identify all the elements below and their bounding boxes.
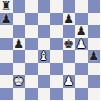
square-g5[interactable]: ♟	[75, 38, 88, 51]
piece-white-pawn-f2[interactable]: ♟	[63, 75, 74, 87]
square-c8[interactable]	[25, 0, 38, 13]
square-b2[interactable]: ♚	[13, 75, 26, 88]
square-f5[interactable]: ♚	[63, 38, 76, 51]
square-a1[interactable]	[0, 88, 13, 101]
piece-black-pawn-b5[interactable]: ♟	[13, 38, 24, 50]
square-d6[interactable]	[38, 25, 51, 38]
square-e1[interactable]	[50, 88, 63, 101]
square-g7[interactable]	[75, 13, 88, 26]
square-c5[interactable]	[25, 38, 38, 51]
square-h4[interactable]: ♟	[88, 50, 101, 63]
square-a5[interactable]	[0, 38, 13, 51]
square-d3[interactable]	[38, 63, 51, 76]
square-b8[interactable]	[13, 0, 26, 13]
square-f8[interactable]	[63, 0, 76, 13]
square-h3[interactable]	[88, 63, 101, 76]
piece-black-king-f5[interactable]: ♚	[63, 38, 74, 50]
piece-white-king-b2[interactable]: ♚	[13, 75, 24, 87]
square-c1[interactable]	[25, 88, 38, 101]
square-f1[interactable]	[63, 88, 76, 101]
square-a8[interactable]: ♜	[0, 0, 13, 13]
square-h5[interactable]	[88, 38, 101, 51]
chess-board: ♜♟♟♟♟♚♟♝♟♚♟	[0, 0, 100, 100]
square-e4[interactable]	[50, 50, 63, 63]
square-c7[interactable]	[25, 13, 38, 26]
square-d2[interactable]	[38, 75, 51, 88]
square-a4[interactable]	[0, 50, 13, 63]
square-g6[interactable]: ♟	[75, 25, 88, 38]
square-h1[interactable]	[88, 88, 101, 101]
square-a6[interactable]	[0, 25, 13, 38]
square-e2[interactable]	[50, 75, 63, 88]
square-c6[interactable]	[25, 25, 38, 38]
square-b3[interactable]	[13, 63, 26, 76]
square-d4[interactable]: ♝	[38, 50, 51, 63]
piece-black-pawn-g6[interactable]: ♟	[76, 25, 87, 37]
piece-black-rook-a8[interactable]: ♜	[1, 0, 12, 12]
piece-white-pawn-g5[interactable]: ♟	[76, 38, 87, 50]
square-f7[interactable]: ♟	[63, 13, 76, 26]
square-f2[interactable]: ♟	[63, 75, 76, 88]
square-a2[interactable]	[0, 75, 13, 88]
square-h8[interactable]	[88, 0, 101, 13]
square-f4[interactable]	[63, 50, 76, 63]
square-e3[interactable]	[50, 63, 63, 76]
square-h6[interactable]	[88, 25, 101, 38]
square-b4[interactable]	[13, 50, 26, 63]
square-e8[interactable]	[50, 0, 63, 13]
square-a3[interactable]	[0, 63, 13, 76]
piece-black-pawn-a7[interactable]: ♟	[1, 13, 12, 25]
square-g8[interactable]	[75, 0, 88, 13]
square-h7[interactable]	[88, 13, 101, 26]
square-f3[interactable]	[63, 63, 76, 76]
square-g1[interactable]	[75, 88, 88, 101]
square-b5[interactable]: ♟	[13, 38, 26, 51]
square-g3[interactable]	[75, 63, 88, 76]
square-b6[interactable]	[13, 25, 26, 38]
square-d1[interactable]	[38, 88, 51, 101]
square-d8[interactable]	[38, 0, 51, 13]
square-e5[interactable]	[50, 38, 63, 51]
square-a7[interactable]: ♟	[0, 13, 13, 26]
square-c2[interactable]	[25, 75, 38, 88]
piece-black-pawn-h4[interactable]: ♟	[88, 50, 99, 62]
square-d7[interactable]	[38, 13, 51, 26]
square-c3[interactable]	[25, 63, 38, 76]
square-g4[interactable]	[75, 50, 88, 63]
piece-black-pawn-f7[interactable]: ♟	[63, 13, 74, 25]
piece-white-bishop-d4[interactable]: ♝	[38, 50, 49, 62]
square-c4[interactable]	[25, 50, 38, 63]
square-b7[interactable]	[13, 13, 26, 26]
square-b1[interactable]	[13, 88, 26, 101]
square-h2[interactable]	[88, 75, 101, 88]
square-e7[interactable]	[50, 13, 63, 26]
square-e6[interactable]	[50, 25, 63, 38]
square-g2[interactable]	[75, 75, 88, 88]
square-d5[interactable]	[38, 38, 51, 51]
square-f6[interactable]	[63, 25, 76, 38]
